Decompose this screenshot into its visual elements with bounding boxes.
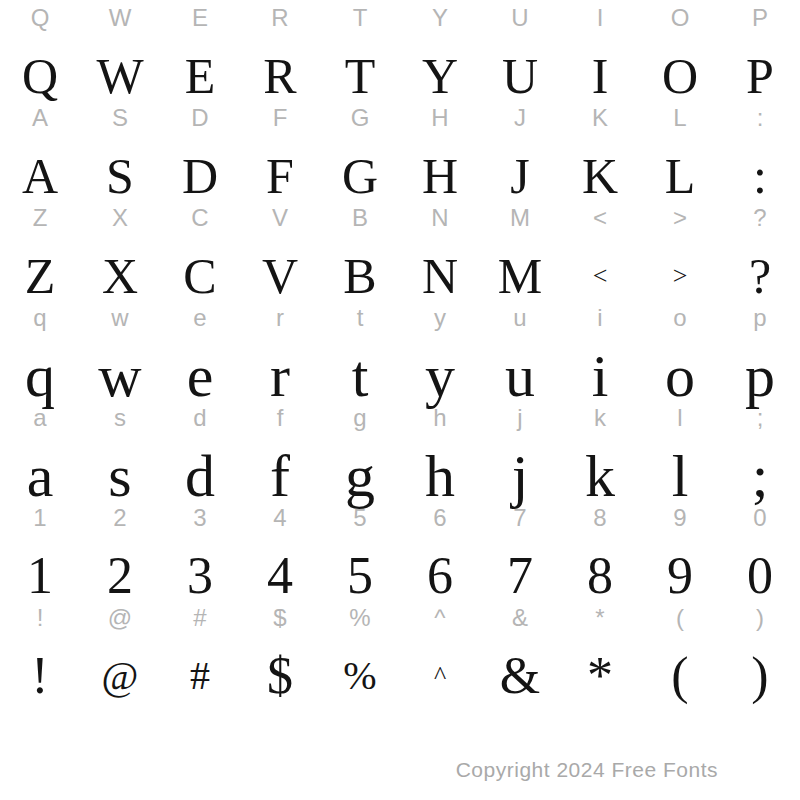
label-cell: R (240, 4, 320, 32)
glyph-cell: a (0, 450, 80, 502)
copyright-text: Copyright 2024 Free Fonts (456, 757, 718, 783)
glyph-cell: G (320, 150, 400, 202)
glyph-cell: y (400, 350, 480, 402)
glyph-row: 1234567890 (0, 550, 800, 602)
label-cell: e (160, 304, 240, 332)
glyph-cell: F (240, 150, 320, 202)
glyph-row: qwertyuiop (0, 350, 800, 402)
glyph-cell: 9 (640, 550, 720, 602)
label-cell: S (80, 104, 160, 132)
label-cell: V (240, 204, 320, 232)
glyph-cell: o (640, 350, 720, 402)
label-cell: ? (720, 204, 800, 232)
label-cell: P (720, 4, 800, 32)
glyph-cell: C (160, 250, 240, 302)
label-cell: U (480, 4, 560, 32)
glyph-cell: f (240, 450, 320, 502)
label-cell: W (80, 4, 160, 32)
label-row: asdfghjkl; (0, 404, 800, 432)
label-cell: w (80, 304, 160, 332)
label-cell: o (640, 304, 720, 332)
label-cell: ^ (400, 604, 480, 632)
label-cell: r (240, 304, 320, 332)
glyph-cell: < (560, 250, 640, 302)
label-cell: 9 (640, 504, 720, 532)
label-cell: ( (640, 604, 720, 632)
glyph-cell: : (720, 150, 800, 202)
glyph-cell: Q (0, 50, 80, 102)
label-cell: G (320, 104, 400, 132)
label-cell: E (160, 4, 240, 32)
label-cell: > (640, 204, 720, 232)
glyph-cell: S (80, 150, 160, 202)
glyph-row: ZXCVBNM<>? (0, 250, 800, 302)
label-cell: 6 (400, 504, 480, 532)
charmap-section: 12345678901234567890 (0, 500, 800, 600)
glyph-cell: 0 (720, 550, 800, 602)
label-row: QWERTYUIOP (0, 4, 800, 32)
label-cell: < (560, 204, 640, 232)
glyph-cell: t (320, 350, 400, 402)
glyph-cell: Y (400, 50, 480, 102)
glyph-cell: u (480, 350, 560, 402)
charmap-section: ASDFGHJKL:ASDFGHJKL: (0, 100, 800, 200)
glyph-cell: ? (720, 250, 800, 302)
label-cell: $ (240, 604, 320, 632)
glyph-cell: V (240, 250, 320, 302)
glyph-cell: X (80, 250, 160, 302)
glyph-cell: e (160, 350, 240, 402)
glyph-cell: M (480, 250, 560, 302)
label-cell: ) (720, 604, 800, 632)
glyph-cell: 3 (160, 550, 240, 602)
charmap-section: ZXCVBNM<>?ZXCVBNM<>? (0, 200, 800, 300)
glyph-cell: r (240, 350, 320, 402)
glyph-cell: h (400, 450, 480, 502)
glyph-cell: 4 (240, 550, 320, 602)
glyph-cell: ; (720, 450, 800, 502)
glyph-cell: j (480, 450, 560, 502)
glyph-cell: ^ (400, 650, 480, 702)
label-cell: M (480, 204, 560, 232)
label-cell: 8 (560, 504, 640, 532)
label-cell: 4 (240, 504, 320, 532)
label-cell: Q (0, 4, 80, 32)
label-cell: s (80, 404, 160, 432)
glyph-cell: # (160, 650, 240, 702)
glyph-cell: J (480, 150, 560, 202)
glyph-cell: 2 (80, 550, 160, 602)
label-cell: 7 (480, 504, 560, 532)
glyph-cell: T (320, 50, 400, 102)
label-cell: 2 (80, 504, 160, 532)
glyph-cell: g (320, 450, 400, 502)
label-cell: q (0, 304, 80, 332)
charmap-section: qwertyuiopqwertyuiop (0, 300, 800, 400)
glyph-cell: k (560, 450, 640, 502)
glyph-cell: E (160, 50, 240, 102)
glyph-cell: 8 (560, 550, 640, 602)
glyph-row: QWERTYUIOP (0, 50, 800, 102)
glyph-cell: ! (0, 650, 80, 702)
label-cell: * (560, 604, 640, 632)
label-row: ASDFGHJKL: (0, 104, 800, 132)
glyph-row: !@#$%^&*() (0, 650, 800, 702)
charmap-section: !@#$%^&*()!@#$%^&*() (0, 600, 800, 700)
glyph-cell: q (0, 350, 80, 402)
label-cell: l (640, 404, 720, 432)
glyph-cell: 7 (480, 550, 560, 602)
label-cell: f (240, 404, 320, 432)
label-cell: X (80, 204, 160, 232)
label-row: ZXCVBNM<>? (0, 204, 800, 232)
glyph-cell: s (80, 450, 160, 502)
label-cell: : (720, 104, 800, 132)
glyph-cell: p (720, 350, 800, 402)
label-cell: H (400, 104, 480, 132)
font-character-map: QWERTYUIOPQWERTYUIOPASDFGHJKL:ASDFGHJKL:… (0, 0, 800, 800)
glyph-cell: A (0, 150, 80, 202)
label-cell: D (160, 104, 240, 132)
glyph-cell: i (560, 350, 640, 402)
glyph-cell: 1 (0, 550, 80, 602)
label-cell: j (480, 404, 560, 432)
label-cell: k (560, 404, 640, 432)
glyph-cell: P (720, 50, 800, 102)
label-cell: 5 (320, 504, 400, 532)
label-cell: C (160, 204, 240, 232)
glyph-cell: K (560, 150, 640, 202)
label-cell: i (560, 304, 640, 332)
label-cell: O (640, 4, 720, 32)
label-row: 1234567890 (0, 504, 800, 532)
label-cell: F (240, 104, 320, 132)
label-cell: ! (0, 604, 80, 632)
glyph-cell: % (320, 650, 400, 702)
label-cell: # (160, 604, 240, 632)
glyph-cell: N (400, 250, 480, 302)
label-cell: 3 (160, 504, 240, 532)
label-cell: d (160, 404, 240, 432)
label-cell: t (320, 304, 400, 332)
label-row: !@#$%^&*() (0, 604, 800, 632)
label-cell: % (320, 604, 400, 632)
glyph-cell: & (480, 650, 560, 702)
glyph-cell: ( (640, 650, 720, 702)
glyph-cell: I (560, 50, 640, 102)
glyph-cell: H (400, 150, 480, 202)
glyph-cell: > (640, 250, 720, 302)
glyph-cell: W (80, 50, 160, 102)
label-cell: p (720, 304, 800, 332)
label-cell: B (320, 204, 400, 232)
glyph-cell: B (320, 250, 400, 302)
glyph-cell: * (560, 650, 640, 702)
label-cell: & (480, 604, 560, 632)
glyph-cell: D (160, 150, 240, 202)
glyph-cell: L (640, 150, 720, 202)
label-cell: ; (720, 404, 800, 432)
glyph-row: ASDFGHJKL: (0, 150, 800, 202)
label-cell: g (320, 404, 400, 432)
glyph-cell: l (640, 450, 720, 502)
glyph-cell: Z (0, 250, 80, 302)
label-cell: h (400, 404, 480, 432)
label-cell: 0 (720, 504, 800, 532)
label-cell: A (0, 104, 80, 132)
label-cell: J (480, 104, 560, 132)
glyph-cell: $ (240, 650, 320, 702)
label-cell: L (640, 104, 720, 132)
label-cell: 1 (0, 504, 80, 532)
label-cell: a (0, 404, 80, 432)
label-cell: I (560, 4, 640, 32)
glyph-cell: R (240, 50, 320, 102)
charmap-section: asdfghjkl;asdfghjkl; (0, 400, 800, 500)
glyph-cell: 6 (400, 550, 480, 602)
label-row: qwertyuiop (0, 304, 800, 332)
glyph-cell: d (160, 450, 240, 502)
glyph-row: asdfghjkl; (0, 450, 800, 502)
label-cell: Z (0, 204, 80, 232)
label-cell: K (560, 104, 640, 132)
glyph-cell: 5 (320, 550, 400, 602)
glyph-cell: w (80, 350, 160, 402)
glyph-cell: ) (720, 650, 800, 702)
glyph-cell: @ (80, 650, 160, 702)
label-cell: N (400, 204, 480, 232)
glyph-cell: U (480, 50, 560, 102)
label-cell: Y (400, 4, 480, 32)
charmap-section: QWERTYUIOPQWERTYUIOP (0, 0, 800, 100)
label-cell: T (320, 4, 400, 32)
label-cell: y (400, 304, 480, 332)
label-cell: @ (80, 604, 160, 632)
glyph-cell: O (640, 50, 720, 102)
label-cell: u (480, 304, 560, 332)
